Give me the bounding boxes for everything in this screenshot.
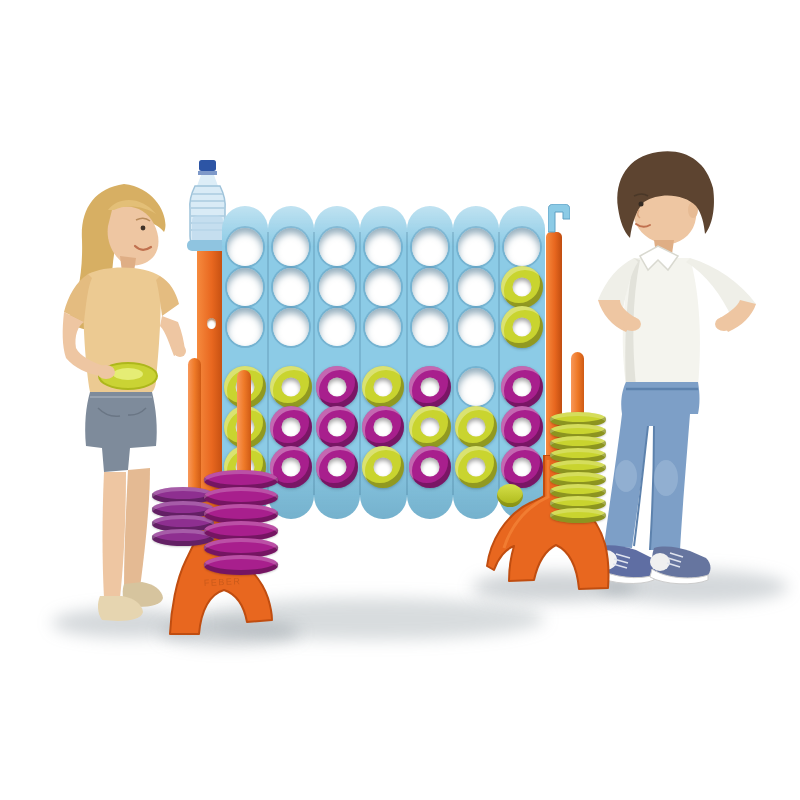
disc-center-hole (420, 418, 439, 437)
disc-magenta-r5c7[interactable] (501, 406, 543, 448)
disc-magenta-r6c3[interactable] (316, 446, 358, 488)
empty-slot-r3c6[interactable] (458, 308, 494, 346)
jeans-knee-fade-left (615, 460, 637, 492)
disc-center-hole (374, 458, 393, 477)
disc-center-hole (374, 418, 393, 437)
column-seam (359, 232, 361, 495)
disc-yellow-r4c2[interactable] (270, 366, 312, 408)
disc-center-hole (420, 458, 439, 477)
disc-center-hole (420, 378, 439, 397)
disc-magenta-r5c3[interactable] (316, 406, 358, 448)
boy-eye (639, 202, 644, 207)
girl-left-hand (97, 365, 115, 379)
disc-center-hole (282, 458, 301, 477)
girl-eye (141, 226, 146, 231)
disc-yellow-r6c4[interactable] (362, 446, 404, 488)
board-column-5[interactable] (407, 206, 453, 519)
disc-center-hole (374, 378, 393, 397)
jeans-knee-fade-right (654, 460, 678, 496)
boy-player (592, 148, 772, 596)
girl-back-leg (124, 468, 150, 588)
column-seam (406, 232, 408, 495)
empty-slot-r1c4[interactable] (365, 228, 401, 266)
empty-slot-r2c2[interactable] (273, 268, 309, 306)
disc-center-hole (328, 458, 347, 477)
disc-magenta-r4c3[interactable] (316, 366, 358, 408)
disc-center-hole (512, 318, 531, 337)
column-seam (313, 232, 315, 495)
disc-magenta-r5c2[interactable] (270, 406, 312, 448)
left-inner-storage-rod (237, 370, 251, 480)
stacked-disc-left_inner-6[interactable] (204, 555, 278, 575)
disc-yellow-r4c4[interactable] (362, 366, 404, 408)
board-column-4[interactable] (360, 206, 406, 519)
brand-emboss: FEBER (204, 576, 242, 588)
empty-slot-r2c6[interactable] (458, 268, 494, 306)
disc-center-hole (282, 378, 301, 397)
empty-slot-r4c6[interactable] (458, 368, 494, 406)
empty-slot-r2c1[interactable] (227, 268, 263, 306)
empty-slot-r1c2[interactable] (273, 228, 309, 266)
empty-slot-r1c3[interactable] (319, 228, 355, 266)
stacked-disc-right-9[interactable] (550, 508, 606, 523)
disc-yellow-r2c7[interactable] (501, 266, 543, 308)
empty-slot-r1c6[interactable] (458, 228, 494, 266)
scene: FEBER (0, 0, 800, 800)
empty-slot-r3c1[interactable] (227, 308, 263, 346)
bottle-ring (198, 171, 217, 175)
disc-yellow-r5c5[interactable] (409, 406, 451, 448)
empty-slot-r1c1[interactable] (227, 228, 263, 266)
column-seam (267, 232, 269, 495)
empty-slot-r2c5[interactable] (412, 268, 448, 306)
disc-center-hole (512, 278, 531, 297)
empty-slot-r2c4[interactable] (365, 268, 401, 306)
disc-yellow-r3c7[interactable] (501, 306, 543, 348)
disc-center-hole (328, 378, 347, 397)
post-screw-hole (207, 318, 216, 329)
held-disc-highlight (113, 368, 143, 380)
disc-center-hole (282, 418, 301, 437)
girl-right-hand (174, 345, 186, 357)
disc-center-hole (512, 378, 531, 397)
disc-center-hole (328, 418, 347, 437)
empty-slot-r2c3[interactable] (319, 268, 355, 306)
bottle-cap (199, 160, 216, 171)
empty-slot-r3c5[interactable] (412, 308, 448, 346)
disc-center-hole (512, 418, 531, 437)
girl-denim-shorts (85, 392, 157, 472)
bottle-neck (197, 175, 218, 186)
left-outer-storage-rod (188, 358, 201, 494)
disc-magenta-r5c4[interactable] (362, 406, 404, 448)
empty-slot-r1c7[interactable] (504, 228, 540, 266)
top-hook (548, 204, 570, 236)
empty-slot-r3c2[interactable] (273, 308, 309, 346)
empty-slot-r1c5[interactable] (412, 228, 448, 266)
boy-right-hand (715, 317, 733, 331)
right-sneaker-toe (650, 553, 670, 571)
disc-center-hole (466, 418, 485, 437)
column-seam (452, 232, 454, 495)
board-column-2[interactable] (268, 206, 314, 519)
disc-magenta-r6c5[interactable] (409, 446, 451, 488)
disc-magenta-r4c7[interactable] (501, 366, 543, 408)
girl-front-leg (103, 472, 127, 598)
boy-left-hand (623, 317, 641, 331)
empty-slot-r3c4[interactable] (365, 308, 401, 346)
empty-slot-r3c3[interactable] (319, 308, 355, 346)
board-column-3[interactable] (314, 206, 360, 519)
disc-magenta-r4c5[interactable] (409, 366, 451, 408)
disc-yellow-r5c6[interactable] (455, 406, 497, 448)
